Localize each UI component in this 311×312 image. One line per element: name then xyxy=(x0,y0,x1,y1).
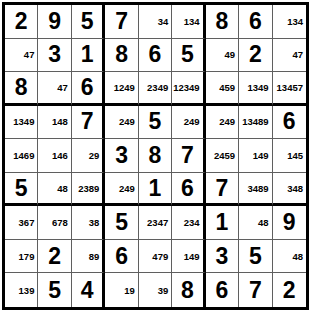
sudoku-cell-r9c2[interactable]: 5 xyxy=(38,273,71,307)
sudoku-cell-r1c1[interactable]: 2 xyxy=(5,5,38,39)
sudoku-cell-r7c8[interactable]: 48 xyxy=(239,206,272,240)
sudoku-cell-r8c4[interactable]: 6 xyxy=(105,240,138,274)
sudoku-cell-r6c4[interactable]: 249 xyxy=(105,173,138,207)
sudoku-cell-r8c5[interactable]: 479 xyxy=(139,240,172,274)
sudoku-cell-r7c5[interactable]: 2347 xyxy=(139,206,172,240)
sudoku-cell-r3c2[interactable]: 47 xyxy=(38,72,71,106)
sudoku-cell-r8c1[interactable]: 179 xyxy=(5,240,38,274)
sudoku-cell-r7c6[interactable]: 234 xyxy=(172,206,205,240)
sudoku-cell-r3c4[interactable]: 1249 xyxy=(105,72,138,106)
sudoku-cell-r8c7[interactable]: 3 xyxy=(206,240,239,274)
sudoku-cell-r7c3[interactable]: 38 xyxy=(72,206,105,240)
sudoku-cell-r3c1[interactable]: 8 xyxy=(5,72,38,106)
sudoku-cell-r5c7[interactable]: 2459 xyxy=(206,139,239,173)
sudoku-cell-r2c5[interactable]: 6 xyxy=(139,39,172,73)
sudoku-cell-r1c6[interactable]: 134 xyxy=(172,5,205,39)
sudoku-cell-r8c6[interactable]: 149 xyxy=(172,240,205,274)
sudoku-cell-r9c8[interactable]: 7 xyxy=(239,273,272,307)
sudoku-cell-r1c5[interactable]: 34 xyxy=(139,5,172,39)
sudoku-cell-r1c4[interactable]: 7 xyxy=(105,5,138,39)
sudoku-cell-r7c4[interactable]: 5 xyxy=(105,206,138,240)
sudoku-cell-r1c7[interactable]: 8 xyxy=(206,5,239,39)
sudoku-cell-r4c3[interactable]: 7 xyxy=(72,106,105,140)
sudoku-cell-r4c6[interactable]: 249 xyxy=(172,106,205,140)
sudoku-cell-r3c8[interactable]: 1349 xyxy=(239,72,272,106)
sudoku-cell-r2c8[interactable]: 2 xyxy=(239,39,272,73)
sudoku-board: 2957341348613447318654924784761249234912… xyxy=(2,2,309,310)
sudoku-cell-r5c1[interactable]: 1469 xyxy=(5,139,38,173)
sudoku-cell-r7c2[interactable]: 678 xyxy=(38,206,71,240)
sudoku-cell-r2c6[interactable]: 5 xyxy=(172,39,205,73)
sudoku-cell-r7c1[interactable]: 367 xyxy=(5,206,38,240)
sudoku-cell-r3c6[interactable]: 12349 xyxy=(172,72,205,106)
sudoku-cell-r4c2[interactable]: 148 xyxy=(38,106,71,140)
sudoku-cell-r3c5[interactable]: 2349 xyxy=(139,72,172,106)
sudoku-cell-r2c4[interactable]: 8 xyxy=(105,39,138,73)
sudoku-cell-r2c1[interactable]: 47 xyxy=(5,39,38,73)
sudoku-cell-r1c3[interactable]: 5 xyxy=(72,5,105,39)
sudoku-cell-r4c7[interactable]: 249 xyxy=(206,106,239,140)
sudoku-cell-r2c7[interactable]: 49 xyxy=(206,39,239,73)
sudoku-cell-r9c5[interactable]: 39 xyxy=(139,273,172,307)
sudoku-cell-r6c8[interactable]: 3489 xyxy=(239,173,272,207)
sudoku-cell-r1c2[interactable]: 9 xyxy=(38,5,71,39)
sudoku-cell-r4c8[interactable]: 13489 xyxy=(239,106,272,140)
sudoku-cell-r7c9[interactable]: 9 xyxy=(273,206,306,240)
sudoku-cell-r3c9[interactable]: 13457 xyxy=(273,72,306,106)
sudoku-cell-r6c3[interactable]: 2389 xyxy=(72,173,105,207)
sudoku-cell-r1c8[interactable]: 6 xyxy=(239,5,272,39)
sudoku-cell-r9c3[interactable]: 4 xyxy=(72,273,105,307)
sudoku-cell-r7c7[interactable]: 1 xyxy=(206,206,239,240)
sudoku-cell-r6c7[interactable]: 7 xyxy=(206,173,239,207)
sudoku-cell-r5c6[interactable]: 7 xyxy=(172,139,205,173)
sudoku-cell-r8c2[interactable]: 2 xyxy=(38,240,71,274)
sudoku-cell-r2c2[interactable]: 3 xyxy=(38,39,71,73)
sudoku-cell-r9c7[interactable]: 6 xyxy=(206,273,239,307)
sudoku-cell-r1c9[interactable]: 134 xyxy=(273,5,306,39)
sudoku-cell-r2c3[interactable]: 1 xyxy=(72,39,105,73)
sudoku-cell-r5c4[interactable]: 3 xyxy=(105,139,138,173)
sudoku-page: 2957341348613447318654924784761249234912… xyxy=(0,0,311,312)
sudoku-cell-r4c1[interactable]: 1349 xyxy=(5,106,38,140)
sudoku-cell-r9c6[interactable]: 8 xyxy=(172,273,205,307)
sudoku-cell-r9c1[interactable]: 139 xyxy=(5,273,38,307)
sudoku-cell-r5c5[interactable]: 8 xyxy=(139,139,172,173)
sudoku-cell-r5c3[interactable]: 29 xyxy=(72,139,105,173)
sudoku-cell-r4c4[interactable]: 249 xyxy=(105,106,138,140)
sudoku-cell-r6c1[interactable]: 5 xyxy=(5,173,38,207)
sudoku-cell-r4c9[interactable]: 6 xyxy=(273,106,306,140)
sudoku-cell-r3c3[interactable]: 6 xyxy=(72,72,105,106)
sudoku-cell-r6c2[interactable]: 48 xyxy=(38,173,71,207)
sudoku-cell-r5c2[interactable]: 146 xyxy=(38,139,71,173)
sudoku-cell-r9c9[interactable]: 2 xyxy=(273,273,306,307)
sudoku-cell-r4c5[interactable]: 5 xyxy=(139,106,172,140)
sudoku-cell-r8c9[interactable]: 48 xyxy=(273,240,306,274)
sudoku-cell-r6c6[interactable]: 6 xyxy=(172,173,205,207)
sudoku-cell-r3c7[interactable]: 459 xyxy=(206,72,239,106)
sudoku-cell-r2c9[interactable]: 47 xyxy=(273,39,306,73)
sudoku-cell-r9c4[interactable]: 19 xyxy=(105,273,138,307)
sudoku-cell-r5c8[interactable]: 149 xyxy=(239,139,272,173)
sudoku-cell-r5c9[interactable]: 145 xyxy=(273,139,306,173)
sudoku-cell-r8c8[interactable]: 5 xyxy=(239,240,272,274)
sudoku-cell-r6c9[interactable]: 348 xyxy=(273,173,306,207)
sudoku-cell-r8c3[interactable]: 89 xyxy=(72,240,105,274)
sudoku-cell-r6c5[interactable]: 1 xyxy=(139,173,172,207)
